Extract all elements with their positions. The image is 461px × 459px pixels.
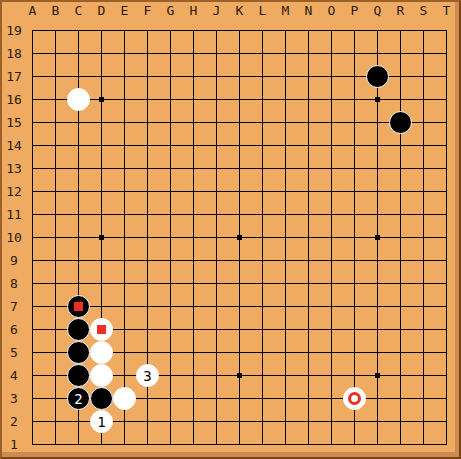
star-point-d16 [99,97,104,102]
black-stone-c4 [67,364,90,387]
star-point-k10 [237,235,242,240]
white-stone-d4 [90,364,113,387]
star-point-k4 [237,373,242,378]
column-label-b: B [44,3,67,19]
black-stone-r15 [389,111,412,134]
column-label-c: C [67,3,90,19]
column-label-f: F [136,3,159,19]
black-stone-c6 [67,318,90,341]
row-label-8: 8 [1,276,27,292]
row-label-13: 13 [1,161,27,177]
row-label-6: 6 [1,322,27,338]
go-board-diagram: ABCDEFGHJKLMNOPQRST191817161514131211109… [0,0,461,459]
circle-mark-icon [348,392,361,405]
white-stone-p3 [343,387,366,410]
star-point-q10 [375,235,380,240]
row-label-9: 9 [1,253,27,269]
column-label-l: L [251,3,274,19]
square-mark-icon [97,325,106,334]
row-label-2: 2 [1,414,27,430]
star-point-q4 [375,373,380,378]
white-stone-e3 [113,387,136,410]
row-label-1: 1 [1,437,27,453]
black-stone-c7 [67,295,90,318]
row-label-16: 16 [1,92,27,108]
row-label-17: 17 [1,69,27,85]
black-stone-c3: 2 [67,387,90,410]
column-label-n: N [297,3,320,19]
row-label-5: 5 [1,345,27,361]
column-label-e: E [113,3,136,19]
star-point-q16 [375,97,380,102]
row-label-18: 18 [1,46,27,62]
row-label-4: 4 [1,368,27,384]
column-label-a: A [21,3,44,19]
star-point-d10 [99,235,104,240]
column-label-g: G [159,3,182,19]
column-label-s: S [412,3,435,19]
column-label-p: P [343,3,366,19]
black-stone-c5 [67,341,90,364]
column-label-d: D [90,3,113,19]
row-label-7: 7 [1,299,27,315]
column-label-m: M [274,3,297,19]
row-label-3: 3 [1,391,27,407]
move-number-1: 1 [97,415,105,429]
row-label-11: 11 [1,207,27,223]
white-stone-d6 [90,318,113,341]
row-label-14: 14 [1,138,27,154]
black-stone-q17 [366,65,389,88]
white-stone-c16 [67,88,90,111]
white-stone-d2: 1 [90,410,113,433]
row-label-10: 10 [1,230,27,246]
column-label-j: J [205,3,228,19]
column-label-q: Q [366,3,389,19]
row-label-12: 12 [1,184,27,200]
white-stone-f4: 3 [136,364,159,387]
square-mark-icon [74,302,83,311]
white-stone-d5 [90,341,113,364]
column-label-r: R [389,3,412,19]
column-label-t: T [435,3,458,19]
column-label-o: O [320,3,343,19]
column-label-h: H [182,3,205,19]
row-label-15: 15 [1,115,27,131]
black-stone-d3 [90,387,113,410]
row-label-19: 19 [1,23,27,39]
column-label-k: K [228,3,251,19]
move-number-2: 2 [74,392,82,406]
move-number-3: 3 [143,369,151,383]
